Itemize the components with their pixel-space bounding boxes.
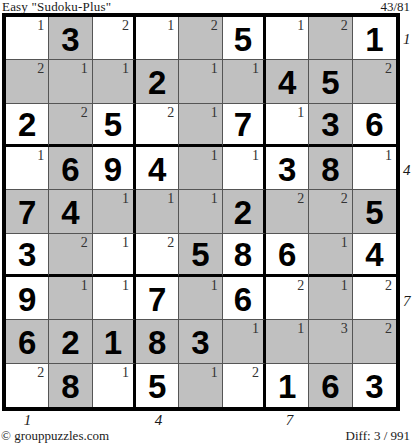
cell-r4c4[interactable]: 4: [136, 147, 179, 190]
pencil-mark: 1: [297, 105, 304, 120]
cell-r7c4[interactable]: 7: [136, 277, 179, 320]
cell-r1c8[interactable]: 2: [309, 17, 352, 60]
cell-r7c8[interactable]: 1: [309, 277, 352, 320]
pencil-mark: 2: [341, 18, 348, 33]
given-digit: 2: [61, 326, 79, 359]
pencil-mark: 1: [211, 148, 218, 163]
pencil-mark: 1: [122, 235, 129, 250]
cell-r2c7[interactable]: 4: [266, 60, 309, 103]
cell-r5c9[interactable]: 5: [353, 190, 396, 233]
cell-r7c6[interactable]: 6: [223, 277, 266, 320]
pencil-mark: 1: [341, 235, 348, 250]
cell-r8c9[interactable]: 2: [353, 320, 396, 363]
cell-r4c9[interactable]: 1: [353, 147, 396, 190]
given-digit: 4: [278, 66, 296, 99]
given-digit: 5: [321, 66, 339, 99]
cell-r5c3[interactable]: 1: [93, 190, 136, 233]
given-digit: 5: [104, 108, 122, 141]
given-digit: 2: [18, 108, 36, 141]
given-digit: 7: [234, 108, 252, 141]
given-digit: 5: [234, 23, 252, 56]
cell-r1c4[interactable]: 1: [136, 17, 179, 60]
cell-r9c6[interactable]: 2: [223, 364, 266, 407]
row-label-7: 7: [403, 279, 412, 321]
cell-r6c1[interactable]: 3: [6, 234, 49, 277]
cell-r3c9[interactable]: 6: [353, 104, 396, 147]
given-digit: 3: [61, 23, 79, 56]
pencil-mark: 2: [122, 18, 129, 33]
cell-r1c7[interactable]: 1: [266, 17, 309, 60]
cell-r6c7[interactable]: 6: [266, 234, 309, 277]
cell-r5c5[interactable]: 1: [179, 190, 222, 233]
cell-r6c2[interactable]: 2: [49, 234, 92, 277]
cell-r9c1[interactable]: 2: [6, 364, 49, 407]
pencil-mark: 1: [122, 365, 129, 380]
given-digit: 8: [148, 326, 166, 359]
cell-r8c7[interactable]: 1: [266, 320, 309, 363]
cell-r2c8[interactable]: 5: [309, 60, 352, 103]
cell-r4c3[interactable]: 9: [93, 147, 136, 190]
cell-r9c2[interactable]: 8: [49, 364, 92, 407]
pencil-mark: 2: [37, 61, 44, 76]
cell-r9c8[interactable]: 6: [309, 364, 352, 407]
cell-r5c1[interactable]: 7: [6, 190, 49, 233]
pencil-mark: 1: [211, 365, 218, 380]
pencil-mark: 2: [167, 105, 174, 120]
cell-r2c9[interactable]: 2: [353, 60, 396, 103]
given-digit: 4: [61, 196, 79, 229]
given-digit: 2: [148, 66, 166, 99]
cell-r2c3[interactable]: 1: [93, 60, 136, 103]
cell-r8c8[interactable]: 3: [309, 320, 352, 363]
pencil-mark: 1: [122, 191, 129, 206]
cell-r1c2[interactable]: 3: [49, 17, 92, 60]
cell-r2c2[interactable]: 1: [49, 60, 92, 103]
puzzle-page: Easy "Sudoku-Plus" 43/81 132125121211211…: [0, 0, 412, 445]
row-label-4: 4: [403, 148, 412, 190]
given-digit: 3: [18, 238, 36, 271]
given-digit: 3: [191, 326, 209, 359]
pencil-mark: 2: [385, 321, 392, 336]
pencil-mark: 2: [81, 235, 88, 250]
given-digit: 7: [148, 283, 166, 316]
cell-r8c3[interactable]: 1: [93, 320, 136, 363]
cell-r3c5[interactable]: 1: [179, 104, 222, 147]
cell-r1c5[interactable]: 2: [179, 17, 222, 60]
pencil-mark: 2: [37, 365, 44, 380]
given-digit: 9: [104, 153, 122, 186]
cell-r1c6[interactable]: 5: [223, 17, 266, 60]
given-digit: 1: [104, 326, 122, 359]
cell-r7c2[interactable]: 1: [49, 277, 92, 320]
row-label-1: 1: [403, 17, 412, 59]
pencil-mark: 3: [341, 321, 348, 336]
given-digit: 4: [365, 238, 383, 271]
given-digit: 7: [18, 196, 36, 229]
cell-r2c1[interactable]: 2: [6, 60, 49, 103]
given-digit: 6: [18, 326, 36, 359]
cell-r7c5[interactable]: 1: [179, 277, 222, 320]
pencil-mark: 1: [211, 191, 218, 206]
cell-r7c3[interactable]: 1: [93, 277, 136, 320]
cell-r2c5[interactable]: 1: [179, 60, 222, 103]
cell-r9c7[interactable]: 1: [266, 364, 309, 407]
cell-r4c6[interactable]: 1: [223, 147, 266, 190]
cell-r6c5[interactable]: 5: [179, 234, 222, 277]
pencil-mark: 1: [252, 148, 259, 163]
sudoku-board: 1321251212112114522252171361694113817411…: [2, 13, 400, 411]
pencil-mark: 1: [37, 18, 44, 33]
cell-r2c4[interactable]: 2: [136, 60, 179, 103]
cell-r8c5[interactable]: 3: [179, 320, 222, 363]
pencil-mark: 1: [167, 191, 174, 206]
cell-r4c7[interactable]: 3: [266, 147, 309, 190]
copyright-text: © grouppuzzles.com: [1, 428, 109, 444]
cell-r7c7[interactable]: 2: [266, 277, 309, 320]
cell-r8c4[interactable]: 8: [136, 320, 179, 363]
cell-r3c8[interactable]: 3: [309, 104, 352, 147]
cell-r3c6[interactable]: 7: [223, 104, 266, 147]
pencil-mark: 2: [297, 191, 304, 206]
given-digit: 3: [278, 153, 296, 186]
cell-r5c7[interactable]: 2: [266, 190, 309, 233]
pencil-mark: 1: [211, 105, 218, 120]
cell-r6c3[interactable]: 1: [93, 234, 136, 277]
col-label-4: 4: [137, 412, 180, 428]
cell-r4c5[interactable]: 1: [179, 147, 222, 190]
pencil-mark: 1: [252, 61, 259, 76]
pencil-mark: 1: [385, 148, 392, 163]
given-digit: 8: [321, 153, 339, 186]
pencil-mark: 1: [211, 61, 218, 76]
cell-r1c3[interactable]: 2: [93, 17, 136, 60]
given-digit: 6: [278, 238, 296, 271]
pencil-mark: 1: [341, 278, 348, 293]
given-digit: 1: [278, 370, 296, 403]
given-digit: 5: [191, 238, 209, 271]
pencil-mark: 1: [297, 18, 304, 33]
pencil-mark: 2: [252, 365, 259, 380]
cell-r4c8[interactable]: 8: [309, 147, 352, 190]
given-digit: 2: [234, 196, 252, 229]
cell-r3c4[interactable]: 2: [136, 104, 179, 147]
pencil-mark: 1: [81, 278, 88, 293]
col-label-7: 7: [268, 412, 311, 428]
cell-r4c2[interactable]: 6: [49, 147, 92, 190]
cell-r5c4[interactable]: 1: [136, 190, 179, 233]
cell-r1c9[interactable]: 1: [353, 17, 396, 60]
cell-r6c9[interactable]: 4: [353, 234, 396, 277]
pencil-mark: 2: [81, 105, 88, 120]
given-digit: 3: [321, 108, 339, 141]
cell-r9c3[interactable]: 1: [93, 364, 136, 407]
pencil-mark: 1: [122, 61, 129, 76]
pencil-mark: 2: [385, 61, 392, 76]
pencil-mark: 1: [81, 61, 88, 76]
cell-r6c6[interactable]: 8: [223, 234, 266, 277]
pencil-mark: 1: [252, 321, 259, 336]
given-digit: 6: [61, 153, 79, 186]
cell-r3c2[interactable]: 2: [49, 104, 92, 147]
pencil-mark: 2: [341, 191, 348, 206]
cell-r7c9[interactable]: 2: [353, 277, 396, 320]
given-digit: 1: [365, 23, 383, 56]
pencil-mark: 1: [211, 278, 218, 293]
pencil-mark: 1: [297, 321, 304, 336]
pencil-mark: 1: [122, 278, 129, 293]
cell-r2c6[interactable]: 1: [223, 60, 266, 103]
pencil-mark: 1: [37, 148, 44, 163]
cell-r9c9[interactable]: 3: [353, 364, 396, 407]
col-label-1: 1: [6, 412, 49, 428]
given-digit: 8: [61, 370, 79, 403]
given-digit: 4: [148, 153, 166, 186]
cell-r5c8[interactable]: 2: [309, 190, 352, 233]
cell-r8c1[interactable]: 6: [6, 320, 49, 363]
cell-r5c6[interactable]: 2: [223, 190, 266, 233]
given-digit: 9: [18, 283, 36, 316]
cell-r3c3[interactable]: 5: [93, 104, 136, 147]
cell-r8c6[interactable]: 1: [223, 320, 266, 363]
pencil-mark: 2: [167, 235, 174, 250]
cell-r4c1[interactable]: 1: [6, 147, 49, 190]
given-digit: 6: [321, 370, 339, 403]
cell-r7c1[interactable]: 9: [6, 277, 49, 320]
cell-r5c2[interactable]: 4: [49, 190, 92, 233]
pencil-mark: 2: [211, 18, 218, 33]
given-digit: 8: [234, 238, 252, 271]
cell-r9c5[interactable]: 1: [179, 364, 222, 407]
given-digit: 5: [148, 370, 166, 403]
cell-r3c7[interactable]: 1: [266, 104, 309, 147]
cell-r8c2[interactable]: 2: [49, 320, 92, 363]
cell-r1c1[interactable]: 1: [6, 17, 49, 60]
given-digit: 6: [365, 108, 383, 141]
pencil-mark: 2: [297, 278, 304, 293]
cell-r6c4[interactable]: 2: [136, 234, 179, 277]
pencil-mark: 2: [385, 278, 392, 293]
cell-r6c8[interactable]: 1: [309, 234, 352, 277]
pencil-mark: 1: [167, 18, 174, 33]
given-digit: 3: [365, 370, 383, 403]
given-digit: 6: [234, 283, 252, 316]
cell-r9c4[interactable]: 5: [136, 364, 179, 407]
cell-r3c1[interactable]: 2: [6, 104, 49, 147]
difficulty-text: Diff: 3 / 991: [346, 428, 410, 444]
given-digit: 5: [365, 196, 383, 229]
